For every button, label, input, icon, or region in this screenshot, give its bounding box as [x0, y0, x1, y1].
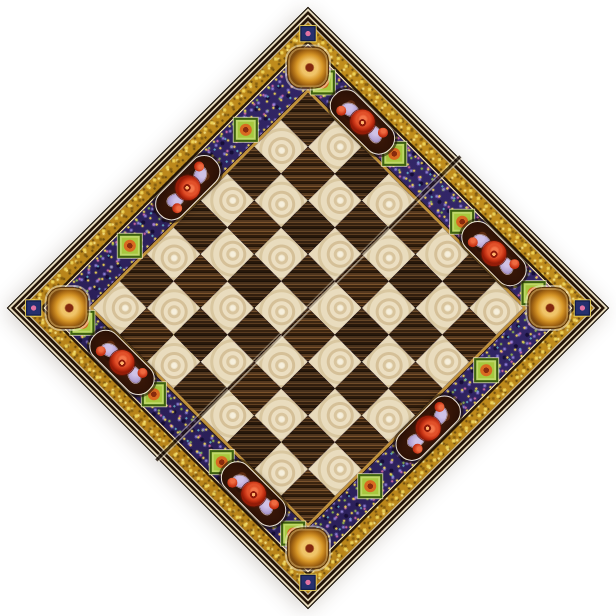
chess-board — [7, 7, 609, 609]
corner-gold-medallion — [527, 287, 569, 329]
corner-gold-medallion — [287, 527, 329, 569]
gold-band-corner-accent — [301, 26, 316, 41]
green-diamond-medallion — [474, 358, 498, 382]
photo-background — [0, 0, 616, 616]
gold-band-corner-accent — [26, 301, 41, 316]
green-diamond-medallion — [118, 234, 142, 258]
gold-band-corner-accent — [301, 575, 316, 590]
green-diamond-medallion — [358, 474, 382, 498]
gold-band-corner-accent — [575, 301, 590, 316]
corner-gold-medallion — [47, 287, 89, 329]
green-diamond-medallion — [234, 118, 258, 142]
corner-gold-medallion — [287, 47, 329, 89]
